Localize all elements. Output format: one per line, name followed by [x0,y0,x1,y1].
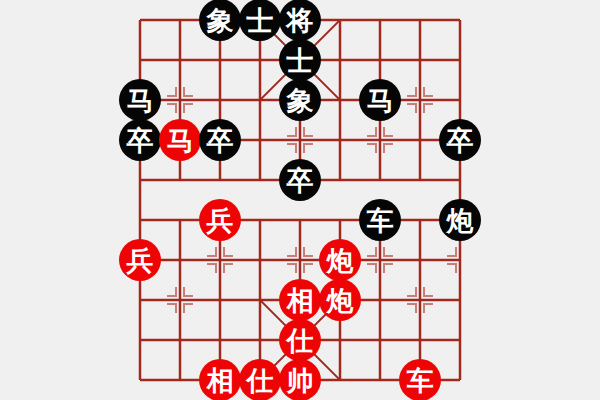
piece-black-advisor[interactable]: 士 [279,39,321,81]
piece-red-soldier[interactable]: 兵 [199,199,241,241]
piece-black-soldier[interactable]: 卒 [279,159,321,201]
piece-black-advisor[interactable]: 士 [239,0,281,41]
piece-black-horse[interactable]: 马 [119,79,161,121]
piece-black-soldier[interactable]: 卒 [119,119,161,161]
piece-black-elephant[interactable]: 象 [199,0,241,41]
piece-red-elephant[interactable]: 相 [279,279,321,321]
piece-black-elephant[interactable]: 象 [279,79,321,121]
piece-black-general[interactable]: 将 [279,0,321,41]
app-background: 象士将士马象马卒马卒卒卒兵车炮兵炮相炮仕相仕帅车 [0,0,600,400]
piece-red-general[interactable]: 帅 [279,359,321,400]
piece-black-soldier[interactable]: 卒 [199,119,241,161]
piece-black-horse[interactable]: 马 [359,79,401,121]
piece-red-advisor[interactable]: 仕 [279,319,321,361]
piece-red-soldier[interactable]: 兵 [119,239,161,281]
xiangqi-board[interactable]: 象士将士马象马卒马卒卒卒兵车炮兵炮相炮仕相仕帅车 [120,0,480,400]
piece-red-chariot[interactable]: 车 [399,359,441,400]
piece-black-chariot[interactable]: 车 [359,199,401,241]
piece-red-advisor[interactable]: 仕 [239,359,281,400]
piece-red-cannon[interactable]: 炮 [319,279,361,321]
piece-red-horse[interactable]: 马 [159,119,201,161]
piece-black-soldier[interactable]: 卒 [439,119,481,161]
piece-layer: 象士将士马象马卒马卒卒卒兵车炮兵炮相炮仕相仕帅车 [120,0,480,400]
piece-red-cannon[interactable]: 炮 [319,239,361,281]
piece-red-elephant[interactable]: 相 [199,359,241,400]
piece-black-cannon[interactable]: 炮 [439,199,481,241]
